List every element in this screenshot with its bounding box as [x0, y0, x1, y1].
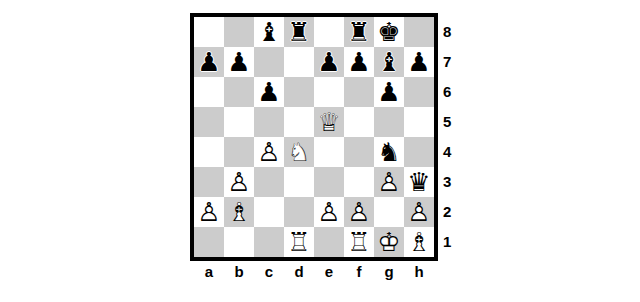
square-h8[interactable]	[404, 17, 434, 47]
piece-white-king[interactable]: ♚♔	[374, 227, 404, 257]
piece-black-pawn[interactable]: ♟	[344, 47, 374, 77]
piece-white-rook[interactable]: ♜♖	[344, 227, 374, 257]
white-pawn-icon: ♙	[404, 197, 434, 227]
black-pawn-icon: ♟	[224, 47, 254, 77]
file-labels: abcdefgh	[194, 263, 434, 280]
piece-white-pawn[interactable]: ♟♙	[194, 197, 224, 227]
piece-black-rook[interactable]: ♜	[344, 17, 374, 47]
white-pawn-icon: ♙	[344, 197, 374, 227]
square-f8[interactable]: ♜	[344, 17, 374, 47]
rank-label-8: 8	[443, 17, 451, 47]
piece-black-queen[interactable]: ♛	[404, 167, 434, 197]
rank-label-6: 6	[443, 77, 451, 107]
square-c6[interactable]: ♟	[254, 77, 284, 107]
piece-white-queen[interactable]: ♛♕	[314, 107, 344, 137]
white-pawn-icon: ♙	[314, 197, 344, 227]
square-h7[interactable]: ♟	[404, 47, 434, 77]
square-b2[interactable]: ♝♗	[224, 197, 254, 227]
white-rook-icon: ♖	[284, 227, 314, 257]
square-g8[interactable]: ♚	[374, 17, 404, 47]
square-f5[interactable]	[344, 107, 374, 137]
square-g7[interactable]: ♝	[374, 47, 404, 77]
square-g1[interactable]: ♚♔	[374, 227, 404, 257]
square-e1[interactable]	[314, 227, 344, 257]
square-c7[interactable]	[254, 47, 284, 77]
square-d1[interactable]: ♜♖	[284, 227, 314, 257]
square-f3[interactable]	[344, 167, 374, 197]
file-label-b: b	[224, 263, 254, 280]
rank-label-1: 1	[443, 227, 451, 257]
square-e4[interactable]	[314, 137, 344, 167]
square-d7[interactable]	[284, 47, 314, 77]
black-bishop-icon: ♝	[254, 17, 284, 47]
square-b1[interactable]	[224, 227, 254, 257]
white-knight-icon: ♘	[284, 137, 314, 167]
piece-white-rook[interactable]: ♜♖	[284, 227, 314, 257]
square-b4[interactable]	[224, 137, 254, 167]
piece-black-pawn[interactable]: ♟	[194, 47, 224, 77]
square-g4[interactable]: ♞	[374, 137, 404, 167]
square-g3[interactable]: ♟♙	[374, 167, 404, 197]
square-h4[interactable]	[404, 137, 434, 167]
square-f4[interactable]	[344, 137, 374, 167]
piece-black-knight[interactable]: ♞	[374, 137, 404, 167]
square-h5[interactable]	[404, 107, 434, 137]
square-b6[interactable]	[224, 77, 254, 107]
square-b5[interactable]	[224, 107, 254, 137]
black-pawn-icon: ♟	[374, 77, 404, 107]
piece-white-bishop[interactable]: ♝♗	[404, 227, 434, 257]
square-a1[interactable]	[194, 227, 224, 257]
square-b7[interactable]: ♟	[224, 47, 254, 77]
piece-black-bishop[interactable]: ♝	[254, 17, 284, 47]
square-d2[interactable]	[284, 197, 314, 227]
square-c1[interactable]	[254, 227, 284, 257]
piece-white-knight[interactable]: ♞♘	[284, 137, 314, 167]
black-knight-icon: ♞	[374, 137, 404, 167]
square-c3[interactable]	[254, 167, 284, 197]
piece-white-pawn[interactable]: ♟♙	[314, 197, 344, 227]
black-rook-icon: ♜	[344, 17, 374, 47]
piece-black-pawn[interactable]: ♟	[404, 47, 434, 77]
square-a5[interactable]	[194, 107, 224, 137]
chess-board: ♝♜♜♚♟♟♟♟♝♟♟♟♛♕♟♙♞♘♞♟♙♟♙♛♟♙♝♗♟♙♟♙♟♙♜♖♜♖♚♔…	[194, 17, 434, 257]
square-g6[interactable]: ♟	[374, 77, 404, 107]
square-a6[interactable]	[194, 77, 224, 107]
piece-white-pawn[interactable]: ♟♙	[344, 197, 374, 227]
square-b3[interactable]: ♟♙	[224, 167, 254, 197]
square-a8[interactable]	[194, 17, 224, 47]
square-c8[interactable]: ♝	[254, 17, 284, 47]
chess-board-frame: ♝♜♜♚♟♟♟♟♝♟♟♟♛♕♟♙♞♘♞♟♙♟♙♛♟♙♝♗♟♙♟♙♟♙♜♖♜♖♚♔…	[190, 13, 438, 261]
square-e6[interactable]	[314, 77, 344, 107]
piece-black-rook[interactable]: ♜	[284, 17, 314, 47]
piece-black-pawn[interactable]: ♟	[374, 77, 404, 107]
black-rook-icon: ♜	[284, 17, 314, 47]
rank-label-2: 2	[443, 197, 451, 227]
square-e5[interactable]: ♛♕	[314, 107, 344, 137]
piece-black-pawn[interactable]: ♟	[314, 47, 344, 77]
piece-white-pawn[interactable]: ♟♙	[224, 167, 254, 197]
white-bishop-icon: ♗	[224, 197, 254, 227]
piece-black-pawn[interactable]: ♟	[254, 77, 284, 107]
black-bishop-icon: ♝	[374, 47, 404, 77]
white-pawn-icon: ♙	[254, 137, 284, 167]
white-king-icon: ♔	[374, 227, 404, 257]
square-h6[interactable]	[404, 77, 434, 107]
square-a2[interactable]: ♟♙	[194, 197, 224, 227]
piece-black-bishop[interactable]: ♝	[374, 47, 404, 77]
white-pawn-icon: ♙	[374, 167, 404, 197]
square-e2[interactable]: ♟♙	[314, 197, 344, 227]
white-pawn-icon: ♙	[194, 197, 224, 227]
rank-label-7: 7	[443, 47, 451, 77]
rank-label-5: 5	[443, 107, 451, 137]
square-d6[interactable]	[284, 77, 314, 107]
square-a4[interactable]	[194, 137, 224, 167]
square-d5[interactable]	[284, 107, 314, 137]
piece-white-pawn[interactable]: ♟♙	[404, 197, 434, 227]
file-label-e: e	[314, 263, 344, 280]
square-f7[interactable]: ♟	[344, 47, 374, 77]
white-bishop-icon: ♗	[404, 227, 434, 257]
white-queen-icon: ♕	[314, 107, 344, 137]
black-pawn-icon: ♟	[314, 47, 344, 77]
file-label-c: c	[254, 263, 284, 280]
square-d4[interactable]: ♞♘	[284, 137, 314, 167]
file-label-f: f	[344, 263, 374, 280]
square-e3[interactable]	[314, 167, 344, 197]
black-king-icon: ♚	[374, 17, 404, 47]
square-f1[interactable]: ♜♖	[344, 227, 374, 257]
rank-labels: 87654321	[443, 17, 451, 257]
square-a7[interactable]: ♟	[194, 47, 224, 77]
square-h2[interactable]: ♟♙	[404, 197, 434, 227]
file-label-g: g	[374, 263, 404, 280]
square-g2[interactable]	[374, 197, 404, 227]
square-c2[interactable]	[254, 197, 284, 227]
square-h1[interactable]: ♝♗	[404, 227, 434, 257]
square-d3[interactable]	[284, 167, 314, 197]
black-pawn-icon: ♟	[194, 47, 224, 77]
square-f6[interactable]	[344, 77, 374, 107]
square-g5[interactable]	[374, 107, 404, 137]
square-f2[interactable]: ♟♙	[344, 197, 374, 227]
file-label-d: d	[284, 263, 314, 280]
square-b8[interactable]	[224, 17, 254, 47]
rank-label-3: 3	[443, 167, 451, 197]
piece-black-pawn[interactable]: ♟	[224, 47, 254, 77]
piece-black-king[interactable]: ♚	[374, 17, 404, 47]
piece-white-bishop[interactable]: ♝♗	[224, 197, 254, 227]
piece-white-pawn[interactable]: ♟♙	[254, 137, 284, 167]
black-queen-icon: ♛	[404, 167, 434, 197]
square-d8[interactable]: ♜	[284, 17, 314, 47]
rank-label-4: 4	[443, 137, 451, 167]
black-pawn-icon: ♟	[254, 77, 284, 107]
white-rook-icon: ♖	[344, 227, 374, 257]
file-label-h: h	[404, 263, 434, 280]
black-pawn-icon: ♟	[404, 47, 434, 77]
piece-white-pawn[interactable]: ♟♙	[374, 167, 404, 197]
square-h3[interactable]: ♛	[404, 167, 434, 197]
file-label-a: a	[194, 263, 224, 280]
white-pawn-icon: ♙	[224, 167, 254, 197]
black-pawn-icon: ♟	[344, 47, 374, 77]
square-c5[interactable]	[254, 107, 284, 137]
square-e8[interactable]	[314, 17, 344, 47]
square-e7[interactable]: ♟	[314, 47, 344, 77]
square-c4[interactable]: ♟♙	[254, 137, 284, 167]
square-a3[interactable]	[194, 167, 224, 197]
